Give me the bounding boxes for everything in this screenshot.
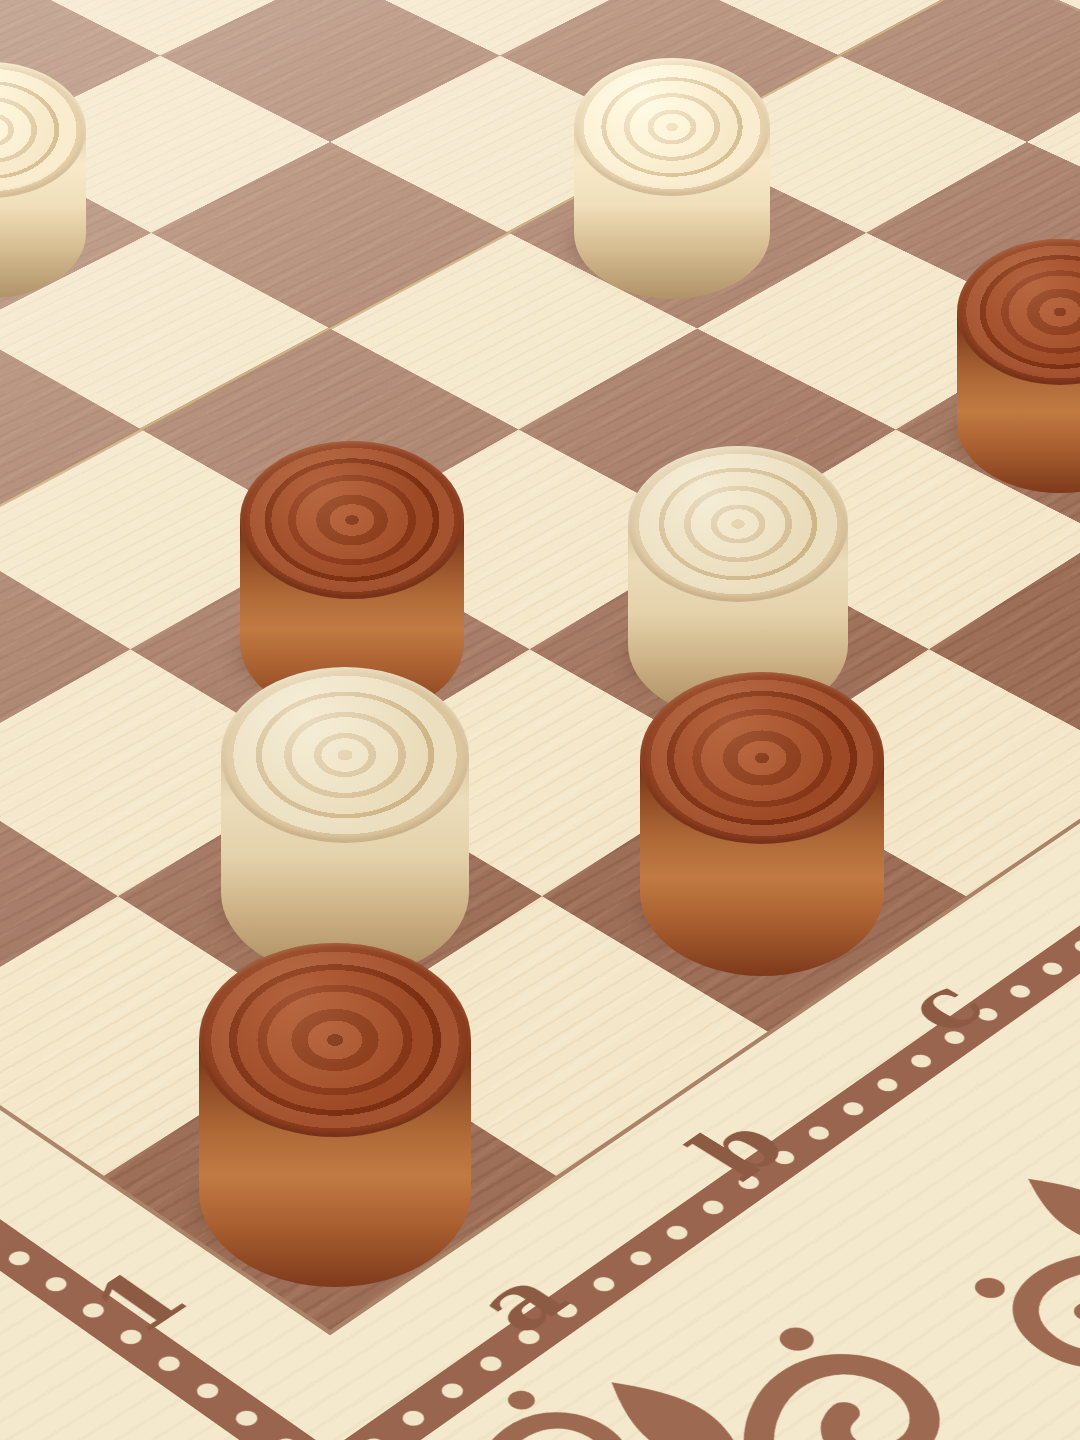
checkers-board-photo: a b c 1 [0, 0, 1080, 1440]
piece-top [240, 441, 464, 599]
piece-top [199, 943, 471, 1137]
pieces-layer [0, 0, 1080, 1440]
piece-top [640, 672, 884, 844]
piece-top [628, 446, 848, 602]
piece-top [574, 58, 770, 196]
piece-top [221, 667, 469, 843]
